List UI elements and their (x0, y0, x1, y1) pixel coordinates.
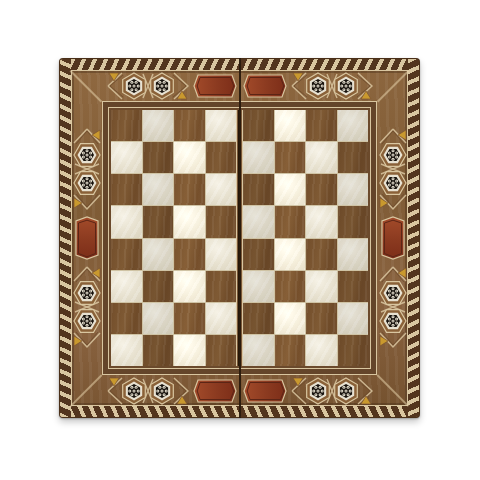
red-inlay-segment (243, 376, 287, 406)
square-g2[interactable] (306, 303, 337, 334)
square-d1[interactable] (206, 335, 237, 366)
page-background (0, 0, 480, 480)
square-b6[interactable] (143, 174, 174, 205)
square-h8[interactable] (338, 110, 369, 141)
square-f8[interactable] (275, 110, 306, 141)
square-f5[interactable] (275, 206, 306, 237)
red-inlay-segment (72, 216, 102, 260)
square-e6[interactable] (243, 174, 274, 205)
frame-strip-right (377, 102, 408, 374)
square-b3[interactable] (143, 271, 174, 302)
square-b1[interactable] (143, 335, 174, 366)
square-c8[interactable] (174, 110, 205, 141)
square-f1[interactable] (275, 335, 306, 366)
square-e2[interactable] (243, 303, 274, 334)
square-b5[interactable] (143, 206, 174, 237)
square-g1[interactable] (306, 335, 337, 366)
square-a4[interactable] (111, 239, 142, 270)
chessboard (59, 58, 420, 418)
square-g7[interactable] (306, 142, 337, 173)
square-e1[interactable] (243, 335, 274, 366)
square-e3[interactable] (243, 271, 274, 302)
square-a1[interactable] (111, 335, 142, 366)
square-a6[interactable] (111, 174, 142, 205)
square-c6[interactable] (174, 174, 205, 205)
square-g3[interactable] (306, 271, 337, 302)
frame-strip-left (71, 102, 102, 374)
square-f6[interactable] (275, 174, 306, 205)
square-e4[interactable] (243, 239, 274, 270)
square-a2[interactable] (111, 303, 142, 334)
square-a5[interactable] (111, 206, 142, 237)
square-c2[interactable] (174, 303, 205, 334)
square-f3[interactable] (275, 271, 306, 302)
square-h6[interactable] (338, 174, 369, 205)
square-g5[interactable] (306, 206, 337, 237)
square-g6[interactable] (306, 174, 337, 205)
square-d2[interactable] (206, 303, 237, 334)
rosette-pair-icon (378, 265, 408, 349)
rope-border-right (408, 59, 419, 417)
rosette-pair-icon (72, 265, 102, 349)
square-h1[interactable] (338, 335, 369, 366)
red-inlay-segment (243, 71, 287, 101)
square-a7[interactable] (111, 142, 142, 173)
square-d6[interactable] (206, 174, 237, 205)
square-c5[interactable] (174, 206, 205, 237)
hinge-line (238, 58, 241, 418)
square-h3[interactable] (338, 271, 369, 302)
rosette-pair-icon (72, 127, 102, 211)
square-e7[interactable] (243, 142, 274, 173)
square-g4[interactable] (306, 239, 337, 270)
square-d7[interactable] (206, 142, 237, 173)
board-half-right (243, 110, 368, 366)
square-e5[interactable] (243, 206, 274, 237)
square-d5[interactable] (206, 206, 237, 237)
square-d8[interactable] (206, 110, 237, 141)
square-h2[interactable] (338, 303, 369, 334)
square-e8[interactable] (243, 110, 274, 141)
rosette-pair-icon (290, 71, 374, 101)
board-half-left (111, 110, 236, 366)
rope-border-left (60, 59, 71, 417)
square-b4[interactable] (143, 239, 174, 270)
square-d3[interactable] (206, 271, 237, 302)
red-inlay-segment (193, 71, 237, 101)
rosette-pair-icon (378, 127, 408, 211)
square-c4[interactable] (174, 239, 205, 270)
square-a8[interactable] (111, 110, 142, 141)
square-f4[interactable] (275, 239, 306, 270)
square-h4[interactable] (338, 239, 369, 270)
square-a3[interactable] (111, 271, 142, 302)
square-c7[interactable] (174, 142, 205, 173)
square-b8[interactable] (143, 110, 174, 141)
square-d4[interactable] (206, 239, 237, 270)
square-c3[interactable] (174, 271, 205, 302)
square-g8[interactable] (306, 110, 337, 141)
rosette-pair-icon (106, 376, 190, 406)
square-b7[interactable] (143, 142, 174, 173)
square-f2[interactable] (275, 303, 306, 334)
square-h7[interactable] (338, 142, 369, 173)
red-inlay-segment (378, 216, 408, 260)
rosette-pair-icon (290, 376, 374, 406)
square-c1[interactable] (174, 335, 205, 366)
rosette-pair-icon (106, 71, 190, 101)
square-h5[interactable] (338, 206, 369, 237)
square-b2[interactable] (143, 303, 174, 334)
square-f7[interactable] (275, 142, 306, 173)
red-inlay-segment (193, 376, 237, 406)
